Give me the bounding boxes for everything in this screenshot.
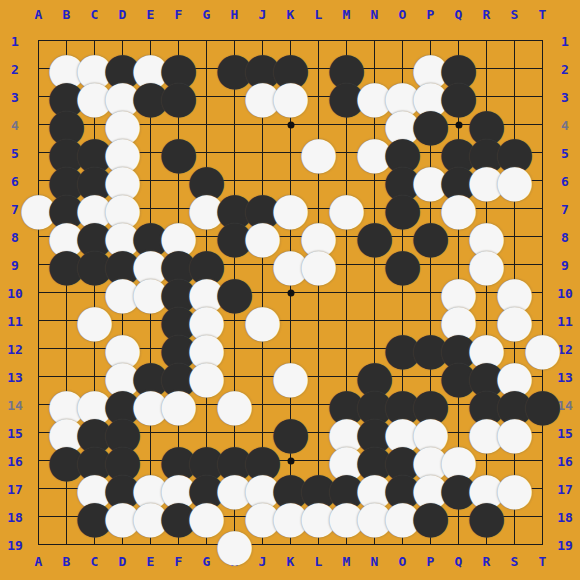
column-label-top: F xyxy=(175,7,183,22)
row-label-left: 9 xyxy=(11,257,19,272)
black-stone-R18[interactable]: ● xyxy=(473,503,501,531)
white-stone-J11[interactable]: ● xyxy=(249,307,277,335)
grid-line-horizontal xyxy=(38,544,543,545)
black-stone-P18[interactable]: ● xyxy=(417,503,445,531)
column-label-top: L xyxy=(315,7,323,22)
column-label-top: Q xyxy=(455,7,463,22)
column-label-top: G xyxy=(203,7,211,22)
black-stone-F3[interactable]: ● xyxy=(165,83,193,111)
row-label-left: 13 xyxy=(7,369,23,384)
row-label-left: 15 xyxy=(7,425,23,440)
row-label-right: 7 xyxy=(561,201,569,216)
row-label-right: 6 xyxy=(561,173,569,188)
column-label-top: E xyxy=(147,7,155,22)
column-label-bottom: O xyxy=(399,554,407,569)
column-label-top: K xyxy=(287,7,295,22)
row-label-left: 10 xyxy=(7,285,23,300)
column-label-top: B xyxy=(63,7,71,22)
column-label-bottom: Q xyxy=(455,554,463,569)
row-label-right: 1 xyxy=(561,33,569,48)
column-label-top: M xyxy=(343,7,351,22)
column-label-bottom: D xyxy=(119,554,127,569)
row-label-left: 17 xyxy=(7,481,23,496)
row-label-right: 5 xyxy=(561,145,569,160)
column-label-bottom: B xyxy=(63,554,71,569)
row-label-right: 19 xyxy=(557,537,573,552)
white-stone-H19[interactable]: ● xyxy=(221,531,249,559)
row-label-left: 3 xyxy=(11,89,19,104)
column-label-top: J xyxy=(259,7,267,22)
row-label-left: 5 xyxy=(11,145,19,160)
column-label-bottom: R xyxy=(483,554,491,569)
column-label-top: P xyxy=(427,7,435,22)
row-label-left: 16 xyxy=(7,453,23,468)
column-label-bottom: S xyxy=(511,554,519,569)
row-label-left: 14 xyxy=(7,397,23,412)
row-label-right: 9 xyxy=(561,257,569,272)
white-stone-L9[interactable]: ● xyxy=(305,251,333,279)
white-stone-S6[interactable]: ● xyxy=(501,167,529,195)
column-label-bottom: C xyxy=(91,554,99,569)
row-label-left: 19 xyxy=(7,537,23,552)
grid-line-vertical xyxy=(542,40,543,545)
white-stone-H14[interactable]: ● xyxy=(221,391,249,419)
row-label-right: 17 xyxy=(557,481,573,496)
column-label-bottom: P xyxy=(427,554,435,569)
column-label-top: C xyxy=(91,7,99,22)
row-label-right: 4 xyxy=(561,117,569,132)
row-label-left: 18 xyxy=(7,509,23,524)
row-label-right: 16 xyxy=(557,453,573,468)
column-label-bottom: F xyxy=(175,554,183,569)
column-label-bottom: M xyxy=(343,554,351,569)
column-label-bottom: T xyxy=(539,554,547,569)
white-stone-F14[interactable]: ● xyxy=(165,391,193,419)
row-label-left: 12 xyxy=(7,341,23,356)
column-label-bottom: K xyxy=(287,554,295,569)
column-label-top: N xyxy=(371,7,379,22)
column-label-top: R xyxy=(483,7,491,22)
white-stone-S15[interactable]: ● xyxy=(501,419,529,447)
white-stone-K3[interactable]: ● xyxy=(277,83,305,111)
black-stone-O9[interactable]: ● xyxy=(389,251,417,279)
column-label-bottom: A xyxy=(35,554,43,569)
row-label-left: 4 xyxy=(11,117,19,132)
row-label-left: 1 xyxy=(11,33,19,48)
goban[interactable]: AABBCCDDEEFFGGHHJJKKLLMMNNOOPPQQRRSSTT11… xyxy=(0,0,580,580)
row-label-left: 11 xyxy=(7,313,23,328)
column-label-bottom: J xyxy=(259,554,267,569)
row-label-right: 10 xyxy=(557,285,573,300)
row-label-right: 8 xyxy=(561,229,569,244)
column-label-bottom: G xyxy=(203,554,211,569)
column-label-bottom: N xyxy=(371,554,379,569)
white-stone-K13[interactable]: ● xyxy=(277,363,305,391)
row-label-right: 3 xyxy=(561,89,569,104)
column-label-top: O xyxy=(399,7,407,22)
column-label-top: D xyxy=(119,7,127,22)
row-label-right: 2 xyxy=(561,61,569,76)
white-stone-L5[interactable]: ● xyxy=(305,139,333,167)
column-label-top: H xyxy=(231,7,239,22)
column-label-bottom: E xyxy=(147,554,155,569)
column-label-bottom: L xyxy=(315,554,323,569)
row-label-right: 18 xyxy=(557,509,573,524)
column-label-top: S xyxy=(511,7,519,22)
row-label-left: 2 xyxy=(11,61,19,76)
column-label-top: T xyxy=(539,7,547,22)
column-label-top: A xyxy=(35,7,43,22)
